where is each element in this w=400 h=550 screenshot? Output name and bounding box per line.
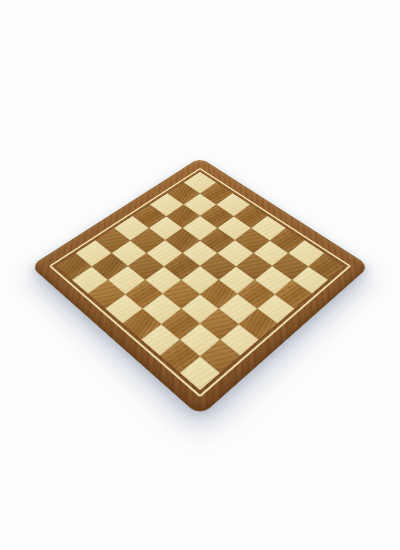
product-photo-scene bbox=[0, 0, 400, 550]
playing-field bbox=[56, 172, 344, 391]
chessboard bbox=[30, 157, 369, 416]
board-frame bbox=[30, 157, 369, 416]
frame-inlay-line bbox=[49, 168, 352, 398]
